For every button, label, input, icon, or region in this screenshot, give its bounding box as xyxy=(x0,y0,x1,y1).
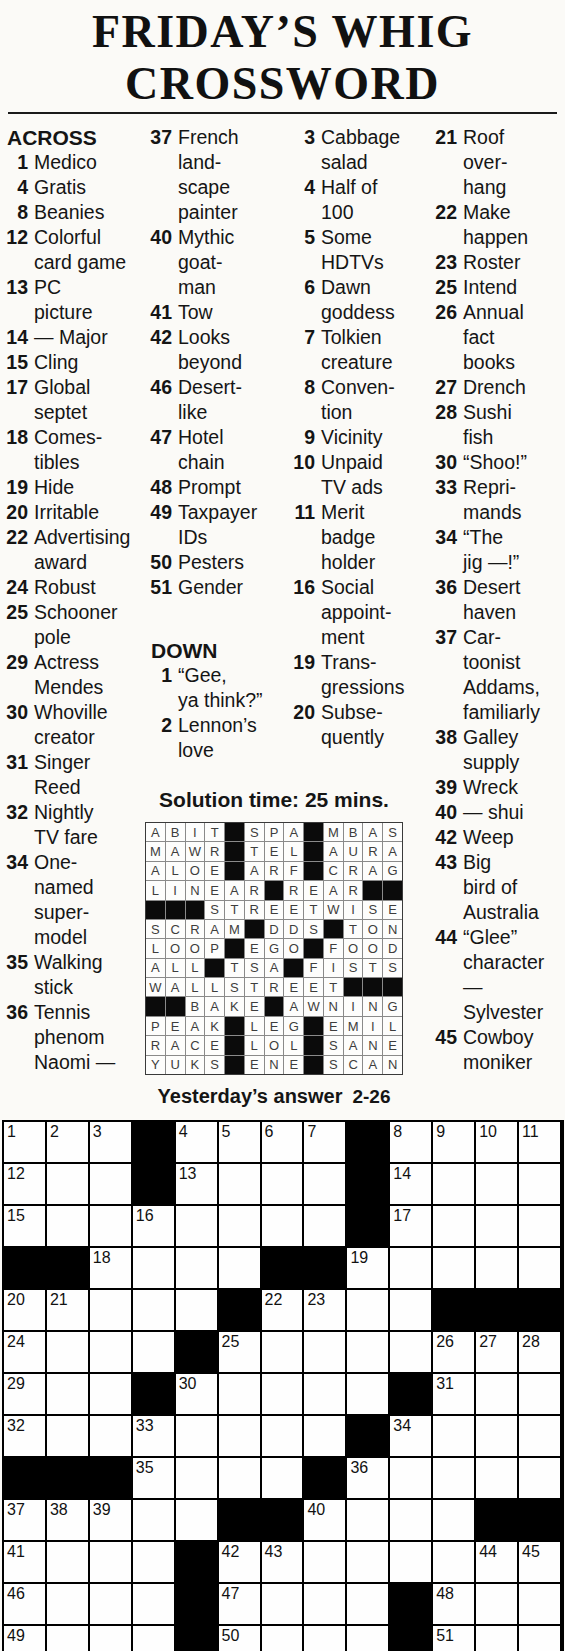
cell-r2c12[interactable] xyxy=(476,1164,519,1206)
cell-number: 16 xyxy=(136,1207,154,1225)
answer-cell-r8c1: A xyxy=(146,959,165,977)
answer-cell-r12c4: E xyxy=(205,1036,224,1054)
answer-cell-r1c8: A xyxy=(284,823,303,841)
cell-number: 39 xyxy=(93,1501,111,1519)
cell-r2c5[interactable]: 13 xyxy=(176,1164,219,1206)
cell-r12c11[interactable]: 48 xyxy=(433,1584,476,1626)
cell-number: 44 xyxy=(479,1543,497,1561)
answer-cell-r7c9 xyxy=(304,939,323,957)
clue-number: 38 xyxy=(431,725,457,750)
cell-r1c10[interactable]: 8 xyxy=(390,1122,433,1164)
clue-text: UnpaidTV ads xyxy=(321,450,383,500)
across-clue-13: 13PCpicture xyxy=(2,275,139,325)
down-clue-10: 10UnpaidTV ads xyxy=(289,450,419,500)
across-clue-19: 19Hide xyxy=(2,475,139,500)
cell-r7c2[interactable] xyxy=(47,1374,90,1416)
clue-text: Annualfactbooks xyxy=(463,300,524,375)
down-clue-44: 44“Glee”character—Sylvester xyxy=(431,925,565,1025)
cell-r10c1[interactable]: 37 xyxy=(4,1500,47,1542)
cell-r3c4[interactable]: 16 xyxy=(133,1206,176,1248)
answer-cell-r12c8: L xyxy=(284,1036,303,1054)
cell-r2c1[interactable]: 12 xyxy=(4,1164,47,1206)
cell-r4c12[interactable] xyxy=(476,1248,519,1290)
across-clue-42: 42Looksbeyond xyxy=(146,325,285,375)
cell-r3c6[interactable] xyxy=(219,1206,262,1248)
cell-r2c2[interactable] xyxy=(47,1164,90,1206)
cell-r13c8[interactable] xyxy=(304,1626,347,1651)
clue-number: 16 xyxy=(289,575,315,600)
cell-r8c13[interactable] xyxy=(519,1416,562,1458)
answer-cell-r6c2: C xyxy=(166,920,185,938)
puzzle-grid: 1234567891011121314151617181920212223242… xyxy=(2,1120,564,1651)
cell-number: 42 xyxy=(222,1543,240,1561)
cell-r13c3[interactable] xyxy=(90,1626,133,1651)
cell-r6c8[interactable] xyxy=(304,1332,347,1374)
cell-r8c12[interactable] xyxy=(476,1416,519,1458)
cell-r10c3[interactable]: 39 xyxy=(90,1500,133,1542)
clue-text: Roofover-hang xyxy=(463,125,507,200)
cell-number: 32 xyxy=(7,1417,25,1435)
clue-text: PCpicture xyxy=(34,275,93,325)
clue-number: 13 xyxy=(2,275,28,300)
across-header: ACROSS xyxy=(2,125,139,150)
cell-r4c4[interactable] xyxy=(133,1248,176,1290)
cell-r3c5[interactable] xyxy=(176,1206,219,1248)
cell-r11c9[interactable] xyxy=(347,1542,390,1584)
clue-text: “Shoo!” xyxy=(463,450,527,475)
clue-number: 12 xyxy=(2,225,28,250)
cell-r4c6[interactable] xyxy=(219,1248,262,1290)
cell-r9c7[interactable] xyxy=(262,1458,305,1500)
clue-number: 17 xyxy=(2,375,28,400)
cell-number: 5 xyxy=(222,1123,231,1141)
answer-cell-r5c3 xyxy=(186,901,205,919)
cell-r6c1[interactable]: 24 xyxy=(4,1332,47,1374)
cell-number: 20 xyxy=(7,1291,25,1309)
clue-text: Medico xyxy=(34,150,97,175)
cell-r10c5[interactable] xyxy=(176,1500,219,1542)
cell-r10c2[interactable]: 38 xyxy=(47,1500,90,1542)
clue-number: 7 xyxy=(289,325,315,350)
down-clue-1: 1“Gee,ya think?” xyxy=(146,663,285,713)
cell-r6c7[interactable] xyxy=(262,1332,305,1374)
cell-r10c9[interactable] xyxy=(347,1500,390,1542)
cell-r2c11[interactable] xyxy=(433,1164,476,1206)
clue-number: 29 xyxy=(2,650,28,675)
cell-r1c8[interactable]: 7 xyxy=(304,1122,347,1164)
cell-r9c11[interactable] xyxy=(433,1458,476,1500)
cell-r9c10[interactable] xyxy=(390,1458,433,1500)
answer-cell-r7c8: O xyxy=(284,939,303,957)
clue-number: 34 xyxy=(431,525,457,550)
clue-text: — shui xyxy=(463,800,524,825)
cell-number: 26 xyxy=(436,1333,454,1351)
cell-r13c5-black xyxy=(176,1626,219,1651)
cell-number: 35 xyxy=(136,1459,154,1477)
cell-number: 21 xyxy=(50,1291,68,1309)
cell-r12c9[interactable] xyxy=(347,1584,390,1626)
cell-r11c2[interactable] xyxy=(47,1542,90,1584)
cell-r3c7[interactable] xyxy=(262,1206,305,1248)
answer-cell-r5c11: I xyxy=(344,901,363,919)
across-clue-12: 12Colorfulcard game xyxy=(2,225,139,275)
cell-r4c10[interactable] xyxy=(390,1248,433,1290)
answer-cell-r5c6: R xyxy=(245,901,264,919)
cell-r12c8[interactable] xyxy=(304,1584,347,1626)
cell-r5c11-black xyxy=(433,1290,476,1332)
answer-cell-r1c6: S xyxy=(245,823,264,841)
cell-number: 3 xyxy=(93,1123,102,1141)
cell-r12c6[interactable]: 47 xyxy=(219,1584,262,1626)
answer-cell-r9c11 xyxy=(344,978,363,996)
answer-cell-r3c7: R xyxy=(265,862,284,880)
across-clue-48: 48Prompt xyxy=(146,475,285,500)
cell-r6c4[interactable] xyxy=(133,1332,176,1374)
answer-cell-r2c8: L xyxy=(284,842,303,860)
answer-cell-r6c11: T xyxy=(344,920,363,938)
cell-r3c11[interactable] xyxy=(433,1206,476,1248)
cell-r7c13[interactable] xyxy=(519,1374,562,1416)
cell-r7c12[interactable] xyxy=(476,1374,519,1416)
answer-cell-r10c12: N xyxy=(363,997,382,1015)
down-clue-26: 26Annualfactbooks xyxy=(431,300,565,375)
answer-cell-r1c12: A xyxy=(363,823,382,841)
answer-cell-r10c13: G xyxy=(383,997,402,1015)
answer-cell-r4c7 xyxy=(265,881,284,899)
cell-r13c2[interactable] xyxy=(47,1626,90,1651)
title-divider xyxy=(8,112,557,114)
cell-r8c2[interactable] xyxy=(47,1416,90,1458)
cell-r6c6[interactable]: 25 xyxy=(219,1332,262,1374)
across-clue-1: 1Medico xyxy=(2,150,139,175)
answer-cell-r11c6: L xyxy=(245,1017,264,1035)
cell-r13c9[interactable] xyxy=(347,1626,390,1651)
answer-cell-r8c4 xyxy=(205,959,224,977)
answer-cell-r6c12: O xyxy=(363,920,382,938)
across-clue-8: 8Beanies xyxy=(2,200,139,225)
down-clue-6: 6Dawngoddess xyxy=(289,275,419,325)
cell-r6c3[interactable] xyxy=(90,1332,133,1374)
cell-r7c7[interactable] xyxy=(262,1374,305,1416)
answer-cell-r2c10: A xyxy=(324,842,343,860)
cell-r2c8[interactable] xyxy=(304,1164,347,1206)
clue-number: 15 xyxy=(2,350,28,375)
cell-r13c11[interactable]: 51 xyxy=(433,1626,476,1651)
answer-cell-r11c12: I xyxy=(363,1017,382,1035)
cell-r8c3[interactable] xyxy=(90,1416,133,1458)
answer-cell-r3c13: G xyxy=(383,862,402,880)
cell-r10c8[interactable]: 40 xyxy=(304,1500,347,1542)
answer-cell-r10c1 xyxy=(146,997,165,1015)
clue-number: 8 xyxy=(2,200,28,225)
answer-cell-r1c3: I xyxy=(186,823,205,841)
cell-r12c3[interactable] xyxy=(90,1584,133,1626)
cell-r13c1[interactable]: 49 xyxy=(4,1626,47,1651)
cell-r13c4[interactable] xyxy=(133,1626,176,1651)
clue-text: “Gee,ya think?” xyxy=(178,663,263,713)
cell-r9c12[interactable] xyxy=(476,1458,519,1500)
cell-r10c11[interactable] xyxy=(433,1500,476,1542)
cell-r4c3[interactable]: 18 xyxy=(90,1248,133,1290)
answer-cell-r3c6: A xyxy=(245,862,264,880)
cell-r1c11[interactable]: 9 xyxy=(433,1122,476,1164)
down-clue-40: 40— shui xyxy=(431,800,565,825)
cell-r5c6-black xyxy=(219,1290,262,1332)
cell-r10c10[interactable] xyxy=(390,1500,433,1542)
across-clue-32: 32NightlyTV fare xyxy=(2,800,139,850)
cell-r10c4[interactable] xyxy=(133,1500,176,1542)
answer-cell-r11c2: E xyxy=(166,1017,185,1035)
cell-r8c1[interactable]: 32 xyxy=(4,1416,47,1458)
cell-r9c4[interactable]: 35 xyxy=(133,1458,176,1500)
cell-r1c5[interactable]: 4 xyxy=(176,1122,219,1164)
answer-cell-r9c7: R xyxy=(265,978,284,996)
cell-r5c10[interactable] xyxy=(390,1290,433,1332)
cell-r5c9[interactable] xyxy=(347,1290,390,1332)
answer-cell-r5c8: E xyxy=(284,901,303,919)
cell-r6c9[interactable] xyxy=(347,1332,390,1374)
answer-cell-r8c13: S xyxy=(383,959,402,977)
answer-cell-r5c1 xyxy=(146,901,165,919)
answer-cell-r10c11: I xyxy=(344,997,363,1015)
cell-r11c1[interactable]: 41 xyxy=(4,1542,47,1584)
answer-cell-r11c1: P xyxy=(146,1017,165,1035)
cell-r12c2[interactable] xyxy=(47,1584,90,1626)
cell-r8c6[interactable] xyxy=(219,1416,262,1458)
cell-r13c12[interactable] xyxy=(476,1626,519,1651)
clue-column-1: ACROSS1Medico4Gratis8Beanies12Colorfulca… xyxy=(2,125,139,1075)
down-clue-22: 22Makehappen xyxy=(431,200,565,250)
cell-number: 31 xyxy=(436,1375,454,1393)
cell-r7c3[interactable] xyxy=(90,1374,133,1416)
cell-number: 29 xyxy=(7,1375,25,1393)
cell-r5c8[interactable]: 23 xyxy=(304,1290,347,1332)
answer-cell-r5c7: E xyxy=(265,901,284,919)
answer-cell-r12c3: C xyxy=(186,1036,205,1054)
cell-r5c4[interactable] xyxy=(133,1290,176,1332)
answer-cell-r4c4: E xyxy=(205,881,224,899)
cell-r9c5[interactable] xyxy=(176,1458,219,1500)
clue-text: Sushifish xyxy=(463,400,512,450)
cell-r12c7[interactable] xyxy=(262,1584,305,1626)
answer-cell-r2c11: U xyxy=(344,842,363,860)
answer-cell-r7c2: O xyxy=(166,939,185,957)
answer-cell-r10c10: N xyxy=(324,997,343,1015)
clue-number: 44 xyxy=(431,925,457,950)
cell-r6c2[interactable] xyxy=(47,1332,90,1374)
clue-text: Vicinity xyxy=(321,425,382,450)
across-clue-51: 51Gender xyxy=(146,575,285,600)
cell-r6c12[interactable]: 27 xyxy=(476,1332,519,1374)
cell-r4c11[interactable] xyxy=(433,1248,476,1290)
cell-number: 24 xyxy=(7,1333,25,1351)
cell-r8c11[interactable] xyxy=(433,1416,476,1458)
cell-r2c10[interactable]: 14 xyxy=(390,1164,433,1206)
cell-r11c4[interactable] xyxy=(133,1542,176,1584)
clue-text: Galleysupply xyxy=(463,725,519,775)
cell-number: 23 xyxy=(307,1291,325,1309)
answer-cell-r4c2: I xyxy=(166,881,185,899)
answer-cell-r7c1: L xyxy=(146,939,165,957)
across-clue-36: 36TennisphenomNaomi — xyxy=(2,1000,139,1075)
cell-r5c7[interactable]: 22 xyxy=(262,1290,305,1332)
cell-r3c2[interactable] xyxy=(47,1206,90,1248)
across-clue-20: 20Irritable xyxy=(2,500,139,525)
clue-text: Car-toonistAddams,familiarly xyxy=(463,625,540,725)
cell-r6c13[interactable]: 28 xyxy=(519,1332,562,1374)
clue-text: Hide xyxy=(34,475,74,500)
answer-cell-r10c4: A xyxy=(205,997,224,1015)
cell-r10c12-black xyxy=(476,1500,519,1542)
down-clue-9: 9Vicinity xyxy=(289,425,419,450)
down-clue-34: 34“Thejig —!” xyxy=(431,525,565,575)
cell-r11c11[interactable] xyxy=(433,1542,476,1584)
clue-number: 51 xyxy=(146,575,172,600)
cell-r13c6[interactable]: 50 xyxy=(219,1626,262,1651)
cell-r13c13[interactable] xyxy=(519,1626,562,1651)
cell-number: 9 xyxy=(436,1123,445,1141)
cell-r7c11[interactable]: 31 xyxy=(433,1374,476,1416)
cell-r3c1[interactable]: 15 xyxy=(4,1206,47,1248)
answer-cell-r9c10: T xyxy=(324,978,343,996)
cell-r11c7[interactable]: 43 xyxy=(262,1542,305,1584)
cell-r3c8[interactable] xyxy=(304,1206,347,1248)
cell-r1c13[interactable]: 11 xyxy=(519,1122,562,1164)
answer-cell-r9c9: E xyxy=(304,978,323,996)
cell-r7c4-black xyxy=(133,1374,176,1416)
answer-cell-r7c6: E xyxy=(245,939,264,957)
cell-r12c4[interactable] xyxy=(133,1584,176,1626)
cell-r1c6[interactable]: 5 xyxy=(219,1122,262,1164)
cell-r3c10[interactable]: 17 xyxy=(390,1206,433,1248)
cell-r11c8[interactable] xyxy=(304,1542,347,1584)
cell-r2c3[interactable] xyxy=(90,1164,133,1206)
cell-r11c3[interactable] xyxy=(90,1542,133,1584)
clue-text: “Thejig —!” xyxy=(463,525,519,575)
answer-cell-r9c12 xyxy=(363,978,382,996)
cell-r9c9[interactable]: 36 xyxy=(347,1458,390,1500)
cell-r12c1[interactable]: 46 xyxy=(4,1584,47,1626)
cell-r9c13[interactable] xyxy=(519,1458,562,1500)
clue-text: Desert-like xyxy=(178,375,242,425)
across-clue-22: 22Advertisingaward xyxy=(2,525,139,575)
clue-number: 25 xyxy=(2,600,28,625)
cell-number: 7 xyxy=(307,1123,316,1141)
cell-r11c6[interactable]: 42 xyxy=(219,1542,262,1584)
cell-r3c12[interactable] xyxy=(476,1206,519,1248)
down-clue-4: 4Half of100 xyxy=(289,175,419,225)
cell-r5c1[interactable]: 20 xyxy=(4,1290,47,1332)
across-clue-15: 15Cling xyxy=(2,350,139,375)
cell-r7c1[interactable]: 29 xyxy=(4,1374,47,1416)
clue-text: Intend xyxy=(463,275,517,300)
cell-r7c9[interactable] xyxy=(347,1374,390,1416)
clue-text: Deserthaven xyxy=(463,575,520,625)
cell-r6c10[interactable] xyxy=(390,1332,433,1374)
cell-r11c13[interactable]: 45 xyxy=(519,1542,562,1584)
cell-r2c13[interactable] xyxy=(519,1164,562,1206)
clue-number: 21 xyxy=(431,125,457,150)
cell-number: 1 xyxy=(7,1123,16,1141)
cell-r7c8[interactable] xyxy=(304,1374,347,1416)
clue-number: 14 xyxy=(2,325,28,350)
cell-r8c8[interactable] xyxy=(304,1416,347,1458)
answer-cell-r7c5 xyxy=(225,939,244,957)
cell-r12c13[interactable] xyxy=(519,1584,562,1626)
clue-text: Roster xyxy=(463,250,520,275)
cell-r11c10[interactable] xyxy=(390,1542,433,1584)
cell-r5c2[interactable]: 21 xyxy=(47,1290,90,1332)
clue-text: Looksbeyond xyxy=(178,325,242,375)
clue-text: Colorfulcard game xyxy=(34,225,126,275)
answer-cell-r8c11: S xyxy=(344,959,363,977)
cell-r5c3[interactable] xyxy=(90,1290,133,1332)
answer-cell-r8c12: T xyxy=(363,959,382,977)
clue-text: Socialappoint-ment xyxy=(321,575,391,650)
cell-r5c5[interactable] xyxy=(176,1290,219,1332)
cell-r8c5[interactable] xyxy=(176,1416,219,1458)
cell-r6c11[interactable]: 26 xyxy=(433,1332,476,1374)
cell-r7c5[interactable]: 30 xyxy=(176,1374,219,1416)
clue-number: 49 xyxy=(146,500,172,525)
answer-cell-r12c6: L xyxy=(245,1036,264,1054)
answer-cell-r5c13: E xyxy=(383,901,402,919)
answer-cell-r13c4: S xyxy=(205,1056,224,1074)
cell-r11c12[interactable]: 44 xyxy=(476,1542,519,1584)
across-clue-25: 25Schoonerpole xyxy=(2,600,139,650)
cell-r4c13[interactable] xyxy=(519,1248,562,1290)
clue-text: Repri-mands xyxy=(463,475,522,525)
answer-cell-r10c3: B xyxy=(186,997,205,1015)
answer-cell-r13c7: N xyxy=(265,1056,284,1074)
cell-r8c7[interactable] xyxy=(262,1416,305,1458)
cell-r1c12[interactable]: 10 xyxy=(476,1122,519,1164)
cell-r4c9[interactable]: 19 xyxy=(347,1248,390,1290)
down-clue-43: 43Bigbird ofAustralia xyxy=(431,850,565,925)
cell-r7c6[interactable] xyxy=(219,1374,262,1416)
cell-r8c4[interactable]: 33 xyxy=(133,1416,176,1458)
cell-r9c6[interactable] xyxy=(219,1458,262,1500)
cell-r1c2[interactable]: 2 xyxy=(47,1122,90,1164)
cell-r4c2-black xyxy=(47,1248,90,1290)
cell-r8c10[interactable]: 34 xyxy=(390,1416,433,1458)
cell-r3c13[interactable] xyxy=(519,1206,562,1248)
answer-cell-r12c5 xyxy=(225,1036,244,1054)
cell-r2c7[interactable] xyxy=(262,1164,305,1206)
clue-number: 2 xyxy=(146,713,172,738)
answer-cell-r3c5 xyxy=(225,862,244,880)
answer-cell-r5c4: S xyxy=(205,901,224,919)
cell-r12c12[interactable] xyxy=(476,1584,519,1626)
answer-cell-r6c1: S xyxy=(146,920,165,938)
answer-cell-r6c13: N xyxy=(383,920,402,938)
cell-number: 43 xyxy=(265,1543,283,1561)
across-clue-34: 34One-namedsuper-model xyxy=(2,850,139,950)
clue-text: Gratis xyxy=(34,175,86,200)
across-clue-37: 37Frenchland-scapepainter xyxy=(146,125,285,225)
clue-column-2: 37Frenchland-scapepainter40Mythicgoat-ma… xyxy=(146,125,285,763)
cell-r4c5[interactable] xyxy=(176,1248,219,1290)
cell-r1c7[interactable]: 6 xyxy=(262,1122,305,1164)
cell-r3c3[interactable] xyxy=(90,1206,133,1248)
cell-r13c7[interactable] xyxy=(262,1626,305,1651)
cell-r2c6[interactable] xyxy=(219,1164,262,1206)
down-clue-25: 25Intend xyxy=(431,275,565,300)
cell-r1c1[interactable]: 1 xyxy=(4,1122,47,1164)
cell-r1c3[interactable]: 3 xyxy=(90,1122,133,1164)
answer-cell-r4c3: N xyxy=(186,881,205,899)
cell-number: 37 xyxy=(7,1501,25,1519)
